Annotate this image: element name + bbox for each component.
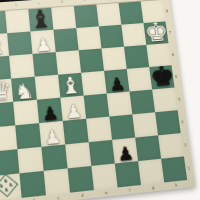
coordinate-label: d (70, 191, 94, 199)
square-e3[interactable] (86, 117, 112, 143)
square-f8[interactable] (96, 3, 121, 26)
logo-knight-icon: ♞ (8, 181, 13, 187)
square-f1[interactable] (115, 161, 141, 187)
board-grid: ♝♝♟♚♛♞♝♟♚♟♟♟♟ (0, 0, 186, 200)
square-c3[interactable]: ♟ (39, 121, 65, 147)
square-h6[interactable] (146, 43, 171, 67)
square-e7[interactable] (76, 26, 101, 50)
coordinate-label: a (0, 3, 5, 10)
logo-knight-icon: ♞ (4, 186, 9, 192)
square-h3[interactable] (155, 110, 181, 135)
square-e1[interactable] (91, 164, 117, 191)
square-d6[interactable] (56, 50, 81, 74)
square-d8[interactable] (51, 6, 76, 30)
piece-white-king-h7: ♚ (143, 18, 168, 45)
square-g6[interactable] (124, 45, 149, 69)
square-c7[interactable]: ♟ (30, 30, 55, 54)
square-f2[interactable]: ♟ (112, 138, 138, 164)
coordinate-label: c (28, 0, 51, 6)
coordinate-label: h (164, 181, 188, 189)
board-wrap: abcdefgh ♝♝♟♚♛♞♝♟♚♟♟♟♟ abcdefgh 87654321… (0, 0, 195, 200)
coordinate-label: f (118, 186, 142, 194)
square-d2[interactable] (65, 142, 91, 168)
square-c4[interactable]: ♟ (37, 98, 63, 123)
square-b1[interactable] (19, 171, 46, 198)
square-f3[interactable] (109, 114, 135, 139)
square-g1[interactable] (138, 159, 164, 185)
square-b7[interactable] (7, 31, 32, 55)
square-e5[interactable] (81, 71, 107, 96)
square-g8[interactable] (119, 1, 144, 24)
square-d3[interactable] (63, 119, 89, 145)
square-f6[interactable] (101, 47, 126, 71)
square-g2[interactable] (135, 135, 161, 161)
square-c2[interactable] (41, 144, 67, 170)
square-g3[interactable] (132, 112, 158, 137)
square-b5[interactable]: ♞ (11, 77, 37, 102)
coordinate-label: d (50, 0, 73, 5)
square-c6[interactable] (33, 52, 59, 77)
square-g4[interactable] (130, 90, 156, 115)
square-e8[interactable] (74, 5, 99, 28)
square-c5[interactable] (35, 75, 61, 100)
chess-photo: abcdefgh ♝♝♟♚♛♞♝♟♚♟♟♟♟ abcdefgh 87654321… (0, 0, 200, 200)
square-g7[interactable] (121, 23, 146, 47)
coordinate-label: e (73, 0, 96, 3)
piece-black-king-h5: ♚ (149, 62, 175, 90)
square-b4[interactable] (13, 100, 39, 126)
square-c1[interactable] (44, 168, 70, 195)
square-d7[interactable] (53, 28, 78, 52)
square-g5[interactable] (127, 67, 152, 91)
coordinate-label: g (141, 184, 165, 192)
square-d5[interactable]: ♝ (58, 73, 84, 98)
square-h5[interactable]: ♚ (149, 65, 174, 89)
square-h1[interactable] (161, 156, 187, 182)
chess-board: abcdefgh ♝♝♟♚♛♞♝♟♚♟♟♟♟ abcdefgh 87654321… (0, 0, 195, 200)
square-b2[interactable] (17, 147, 43, 174)
square-h8[interactable] (141, 0, 166, 23)
square-h2[interactable] (158, 133, 184, 159)
square-b3[interactable] (15, 123, 41, 149)
square-h4[interactable] (152, 88, 177, 113)
square-d1[interactable] (68, 166, 94, 193)
piece-black-bishop-c8: ♝ (28, 7, 53, 33)
square-e6[interactable] (79, 48, 104, 72)
square-d4[interactable]: ♟ (60, 96, 86, 121)
coordinate-label: e (94, 189, 118, 197)
square-a2[interactable] (0, 149, 19, 176)
square-b8[interactable] (5, 9, 30, 33)
square-f7[interactable] (99, 25, 124, 49)
square-c8[interactable]: ♝ (28, 8, 53, 32)
square-e2[interactable] (89, 140, 115, 166)
square-f4[interactable] (107, 92, 133, 117)
square-e4[interactable] (84, 94, 110, 119)
coordinate-label: b (4, 1, 28, 8)
square-h7[interactable]: ♚ (143, 21, 168, 45)
square-f5[interactable]: ♟ (104, 69, 129, 94)
square-b6[interactable] (9, 54, 35, 79)
